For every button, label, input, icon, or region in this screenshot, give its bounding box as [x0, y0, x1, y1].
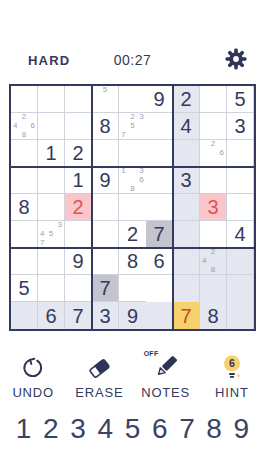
cell-value: 1: [45, 143, 56, 163]
cell-r7c5[interactable]: 8: [119, 248, 146, 275]
cell-r9c2[interactable]: 6: [38, 302, 65, 329]
cell-r3c3[interactable]: 2: [65, 140, 92, 167]
cell-value: 3: [180, 170, 191, 190]
cell-r5c9[interactable]: [227, 194, 254, 221]
cell-r1c1[interactable]: [11, 86, 38, 113]
cell-r2c6[interactable]: [146, 113, 173, 140]
cell-r1c5[interactable]: [119, 86, 146, 113]
cell-value: 7: [180, 306, 191, 326]
cell-r5c7[interactable]: [173, 194, 200, 221]
cell-value: 9: [153, 89, 164, 109]
cell-r6c4[interactable]: [92, 221, 119, 248]
cell-r8c5[interactable]: [119, 275, 146, 302]
cell-r4c8[interactable]: [200, 167, 227, 194]
cell-r9c4[interactable]: 3: [92, 302, 119, 329]
cell-r4c2[interactable]: [38, 167, 65, 194]
cell-value: 8: [207, 306, 218, 326]
cell-r5c2[interactable]: [38, 194, 65, 221]
numpad-5[interactable]: 5: [119, 412, 146, 446]
cell-value: 1: [72, 170, 83, 190]
cell-r1c6[interactable]: 9: [146, 86, 173, 113]
cell-r6c5[interactable]: 2: [119, 221, 146, 248]
cell-r7c8[interactable]: 248: [200, 248, 227, 275]
cell-r2c3[interactable]: [65, 113, 92, 140]
numpad-1[interactable]: 1: [10, 412, 37, 446]
cell-value: 3: [207, 197, 218, 217]
pencil-notes: 26: [200, 140, 226, 166]
cell-r7c7[interactable]: [173, 248, 200, 275]
pencil-notes: 2468: [11, 113, 37, 139]
cell-r4c3[interactable]: 1: [65, 167, 92, 194]
cell-value: 7: [99, 278, 110, 298]
cell-r8c1[interactable]: 5: [11, 275, 38, 302]
cell-r7c4[interactable]: [92, 248, 119, 275]
cell-r6c8[interactable]: [200, 221, 227, 248]
pencil-notes: 3457: [38, 221, 64, 247]
cell-r9c6[interactable]: [146, 302, 173, 329]
cell-value: 9: [72, 251, 83, 271]
cell-r2c1[interactable]: 2468: [11, 113, 38, 140]
cell-r4c5[interactable]: 1368: [119, 167, 146, 194]
cell-r8c9[interactable]: [227, 275, 254, 302]
cell-r2c8[interactable]: [200, 113, 227, 140]
pencil-icon: [152, 353, 180, 381]
pencil-notes: 2357: [119, 113, 146, 139]
cell-r8c2[interactable]: [38, 275, 65, 302]
numpad: 1 2 3 4 5 6 7 8 9: [10, 412, 255, 446]
cell-r6c7[interactable]: [173, 221, 200, 248]
cell-value: 3: [234, 116, 245, 136]
cell-r6c3[interactable]: [65, 221, 92, 248]
cell-r9c5[interactable]: 9: [119, 302, 146, 329]
sudoku-board: 5925246882357431226191368382334572749862…: [9, 84, 256, 331]
notes-off-badge: OFF: [144, 350, 159, 357]
cell-r5c8[interactable]: 3: [200, 194, 227, 221]
cell-r4c9[interactable]: [227, 167, 254, 194]
cell-value: 2: [72, 143, 83, 163]
cell-r7c2[interactable]: [38, 248, 65, 275]
cell-r7c3[interactable]: 9: [65, 248, 92, 275]
cell-value: 2: [180, 89, 191, 109]
numpad-6[interactable]: 6: [146, 412, 173, 446]
cell-r3c1[interactable]: [11, 140, 38, 167]
cell-r5c5[interactable]: [119, 194, 146, 221]
cell-r6c6[interactable]: 7: [146, 221, 173, 248]
cell-value: 9: [99, 170, 110, 190]
cell-r8c7[interactable]: [173, 275, 200, 302]
numpad-3[interactable]: 3: [64, 412, 91, 446]
top-bar: HARD 00:27: [0, 50, 265, 76]
cell-r3c6[interactable]: [146, 140, 173, 167]
cell-r1c2[interactable]: [38, 86, 65, 113]
cell-r8c8[interactable]: [200, 275, 227, 302]
cell-r8c4[interactable]: 7: [92, 275, 119, 302]
eraser-icon: [85, 353, 113, 381]
numpad-4[interactable]: 4: [92, 412, 119, 446]
cell-r5c1[interactable]: 8: [11, 194, 38, 221]
settings-button[interactable]: [223, 47, 249, 73]
numpad-8[interactable]: 8: [201, 412, 228, 446]
cell-r1c3[interactable]: [65, 86, 92, 113]
cell-value: 3: [99, 306, 110, 326]
cell-r7c9[interactable]: [227, 248, 254, 275]
cell-value: 8: [99, 116, 110, 136]
cell-r7c1[interactable]: [11, 248, 38, 275]
cell-r2c2[interactable]: [38, 113, 65, 140]
cell-value: 5: [234, 89, 245, 109]
hint-button[interactable]: 6 HINT: [199, 352, 265, 400]
cell-r3c5[interactable]: [119, 140, 146, 167]
cell-r8c6[interactable]: [146, 275, 173, 302]
cell-value: 2: [127, 224, 138, 244]
cell-value: 4: [180, 116, 191, 136]
cell-r1c4[interactable]: 5: [92, 86, 119, 113]
cell-value: 4: [234, 224, 245, 244]
pencil-notes: 248: [200, 248, 226, 274]
cell-r9c9[interactable]: [227, 302, 254, 329]
notes-label: NOTES: [141, 385, 190, 400]
notes-button[interactable]: OFF NOTES: [133, 352, 199, 400]
cell-r4c1[interactable]: [11, 167, 38, 194]
cell-r6c9[interactable]: 4: [227, 221, 254, 248]
cell-r4c4[interactable]: 9: [92, 167, 119, 194]
numpad-2[interactable]: 2: [37, 412, 64, 446]
cell-r9c7[interactable]: 7: [173, 302, 200, 329]
undo-label: UNDO: [12, 385, 53, 400]
cell-r3c9[interactable]: [227, 140, 254, 167]
cell-value: 5: [18, 278, 29, 298]
cell-r3c8[interactable]: 26: [200, 140, 227, 167]
cell-r5c6[interactable]: [146, 194, 173, 221]
cell-r1c9[interactable]: 5: [227, 86, 254, 113]
cell-r3c7[interactable]: [173, 140, 200, 167]
cell-r5c4[interactable]: [92, 194, 119, 221]
hint-count-badge: 6: [229, 357, 235, 369]
cell-value: 8: [127, 251, 138, 271]
cell-r4c6[interactable]: [146, 167, 173, 194]
cell-r6c2[interactable]: 3457: [38, 221, 65, 248]
cell-r2c7[interactable]: 4: [173, 113, 200, 140]
cell-value: 8: [18, 197, 29, 217]
cell-r9c3[interactable]: 7: [65, 302, 92, 329]
numpad-9[interactable]: 9: [228, 412, 255, 446]
cell-value: 7: [72, 306, 83, 326]
pencil-notes: 1368: [119, 167, 146, 193]
gear-icon: [224, 47, 248, 71]
hint-label: HINT: [215, 385, 249, 400]
hint-bulb-icon: 6: [218, 353, 246, 381]
cell-value: 9: [127, 306, 138, 326]
undo-icon: [20, 354, 46, 380]
cell-r2c9[interactable]: 3: [227, 113, 254, 140]
pencil-notes: 5: [92, 86, 118, 112]
cell-r5c3[interactable]: 2: [65, 194, 92, 221]
undo-button[interactable]: UNDO: [0, 352, 66, 400]
cell-r3c2[interactable]: 1: [38, 140, 65, 167]
cell-r1c8[interactable]: [200, 86, 227, 113]
numpad-7[interactable]: 7: [173, 412, 200, 446]
erase-label: ERASE: [75, 385, 123, 400]
cell-r3c4[interactable]: [92, 140, 119, 167]
cell-r9c1[interactable]: [11, 302, 38, 329]
cell-r2c4[interactable]: 8: [92, 113, 119, 140]
cell-value: 2: [72, 197, 83, 217]
cell-value: 6: [45, 306, 56, 326]
cell-r2c5[interactable]: 2357: [119, 113, 146, 140]
cell-value: 7: [153, 224, 164, 244]
cell-r1c7[interactable]: 2: [173, 86, 200, 113]
cell-r9c8[interactable]: 8: [200, 302, 227, 329]
cell-r4c7[interactable]: 3: [173, 167, 200, 194]
toolbar: UNDO ERASE OFF NOTES: [0, 352, 265, 400]
cell-r7c6[interactable]: 6: [146, 248, 173, 275]
cell-value: 6: [153, 251, 164, 271]
erase-button[interactable]: ERASE: [66, 352, 132, 400]
cell-r8c3[interactable]: [65, 275, 92, 302]
cell-r6c1[interactable]: [11, 221, 38, 248]
